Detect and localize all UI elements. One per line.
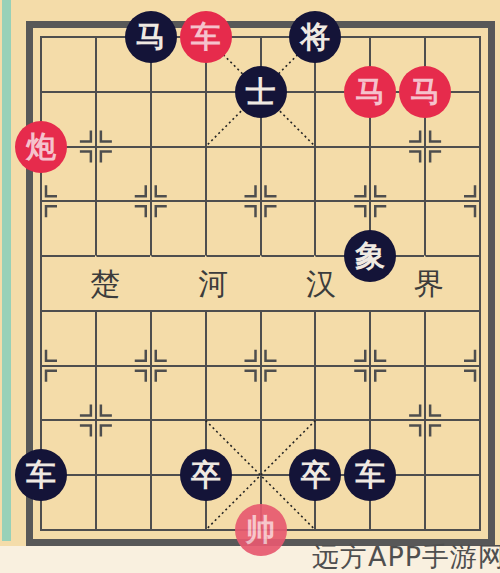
board-cell[interactable]: [95, 474, 150, 529]
board-cell[interactable]: [40, 365, 95, 420]
piece-black-elephant[interactable]: 象: [344, 230, 396, 282]
board-cell[interactable]: [150, 255, 205, 310]
board-cell[interactable]: [95, 200, 150, 255]
board-cell[interactable]: [150, 200, 205, 255]
board-cell[interactable]: [260, 365, 315, 420]
board-cell[interactable]: [95, 419, 150, 474]
piece-black-horse[interactable]: 马: [125, 11, 177, 63]
piece-red-chariot[interactable]: 车: [180, 11, 232, 63]
board-cell[interactable]: [424, 365, 479, 420]
xiangqi-board-screenshot: 楚 河 汉 界 马车将士马马炮象车卒卒车帅 远方APP手游网: [0, 0, 500, 573]
board-cell[interactable]: [314, 146, 369, 201]
board-cell[interactable]: [424, 419, 479, 474]
board-cell[interactable]: [260, 310, 315, 365]
board-cell[interactable]: [40, 36, 95, 91]
board-cell[interactable]: [150, 365, 205, 420]
piece-red-general[interactable]: 帅: [235, 504, 287, 556]
board-cell[interactable]: [260, 146, 315, 201]
board-cell[interactable]: [150, 146, 205, 201]
board-cell[interactable]: [424, 146, 479, 201]
river-label-han: 汉: [306, 264, 336, 305]
piece-black-soldier[interactable]: 卒: [180, 449, 232, 501]
board-cell[interactable]: [205, 365, 260, 420]
piece-black-chariot[interactable]: 车: [15, 449, 67, 501]
piece-red-horse[interactable]: 马: [344, 66, 396, 118]
board-cell[interactable]: [40, 255, 95, 310]
board-cell[interactable]: [369, 146, 424, 201]
board-cell[interactable]: [424, 474, 479, 529]
board-cell[interactable]: [150, 91, 205, 146]
board-cell[interactable]: [424, 200, 479, 255]
board-cell[interactable]: [205, 310, 260, 365]
board-cell[interactable]: [150, 310, 205, 365]
board-cell[interactable]: [424, 310, 479, 365]
river-label-chu: 楚: [90, 264, 120, 305]
board-cell[interactable]: [369, 365, 424, 420]
piece-black-advisor[interactable]: 士: [235, 66, 287, 118]
board-cell[interactable]: [95, 365, 150, 420]
river-label-jie: 界: [414, 264, 444, 305]
board-cell[interactable]: [95, 91, 150, 146]
watermark: 远方APP手游网: [312, 539, 500, 573]
board-cell[interactable]: [314, 310, 369, 365]
left-edge-strip: [2, 0, 11, 541]
board-cell[interactable]: [260, 200, 315, 255]
piece-red-horse[interactable]: 马: [399, 66, 451, 118]
board-cell[interactable]: [95, 146, 150, 201]
board-cell[interactable]: [314, 365, 369, 420]
board-cell[interactable]: [40, 310, 95, 365]
board-cell[interactable]: [40, 200, 95, 255]
board-cell[interactable]: [95, 310, 150, 365]
board-cell[interactable]: [369, 310, 424, 365]
board-cell[interactable]: [205, 200, 260, 255]
piece-black-general[interactable]: 将: [289, 11, 341, 63]
board-cell[interactable]: [205, 146, 260, 201]
river-label-he: 河: [198, 264, 228, 305]
piece-red-cannon[interactable]: 炮: [15, 121, 67, 173]
